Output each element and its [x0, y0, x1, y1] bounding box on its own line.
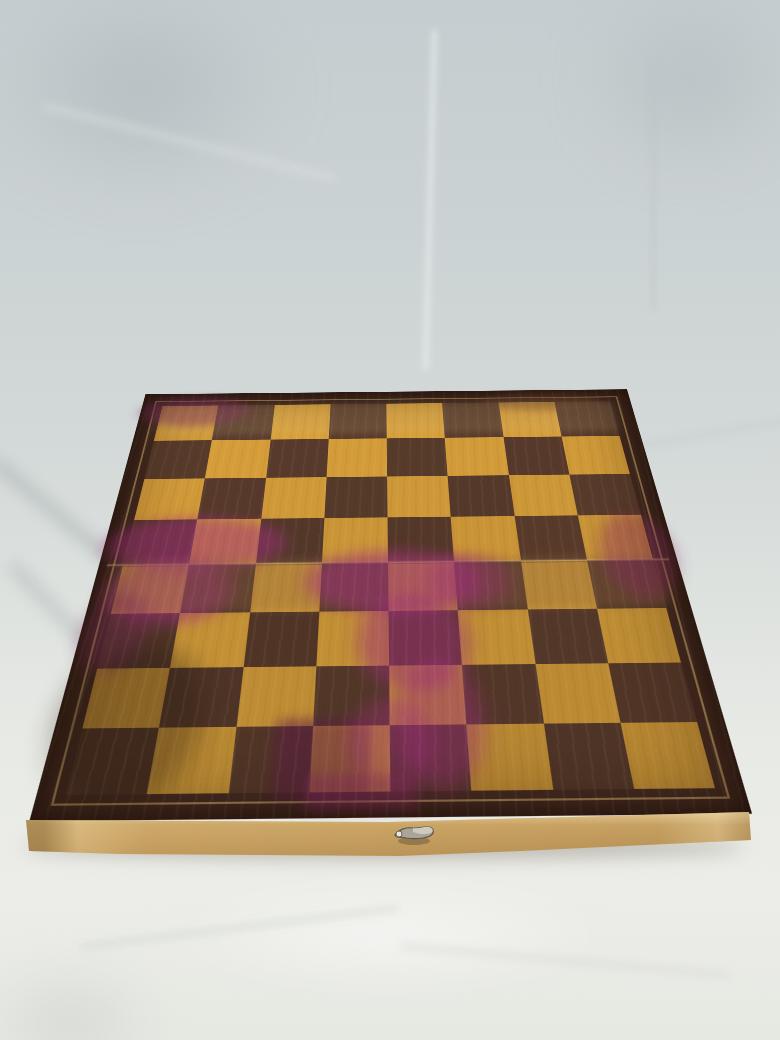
wear-vignette — [29, 389, 752, 821]
cloth-sheen-bottom — [70, 870, 710, 1000]
latch-hook-icon — [390, 820, 438, 847]
cloth-crease — [641, 417, 780, 449]
cloth-shadow-bottom-left — [0, 950, 190, 1040]
cloth-shadow-top-right — [540, 0, 780, 210]
cloth-crease — [44, 104, 336, 181]
cloth-crease — [81, 906, 399, 950]
cloth-crease — [424, 30, 437, 370]
cloth-crease — [652, 60, 655, 310]
chess-board — [29, 389, 752, 821]
photo-background — [0, 0, 780, 1040]
cloth-crease — [400, 944, 729, 978]
cloth-shadow-top-left — [0, 0, 350, 240]
